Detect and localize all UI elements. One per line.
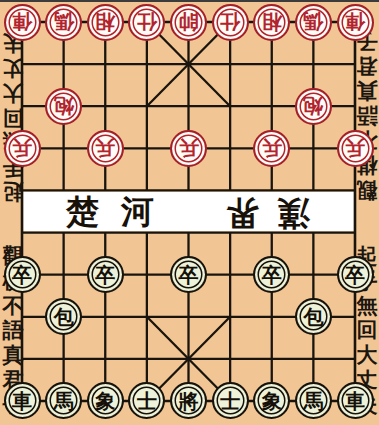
red-soldier-glyph: 兵 [179,138,199,158]
window-top-edge [0,0,379,2]
edge-saying-char: 回 [1,104,25,129]
black-soldier-glyph: 卒 [95,265,115,285]
piece-black-advisor[interactable]: 士 [212,382,249,419]
edge-saying-top-left: 起手無回大丈夫 [1,30,25,204]
edge-saying-top-right: 觀棋不語真君子 [355,28,379,202]
piece-black-soldier[interactable]: 卒 [170,256,207,293]
red-soldier-glyph: 兵 [262,138,282,158]
river-char: 河 [121,196,154,229]
piece-black-chariot[interactable]: 車 [337,382,374,419]
red-elephant-glyph: 相 [262,12,282,32]
piece-red-cannon[interactable]: 炮 [295,88,332,125]
xiangqi-board: 起手無回大丈夫 觀棋不語真君子 觀棋不語真君子 起手無回大丈夫 楚河 漢界 俥傌… [0,0,379,425]
edge-saying-char: 丈 [1,55,25,80]
river-text-chu-he: 楚河 [66,196,154,229]
red-soldier-glyph: 兵 [95,138,115,158]
edge-saying-char: 回 [355,318,379,343]
piece-black-chariot[interactable]: 車 [4,382,41,419]
piece-red-elephant[interactable]: 相 [87,4,124,41]
black-soldier-glyph: 卒 [262,265,282,285]
black-elephant-glyph: 象 [262,391,282,411]
piece-red-chariot[interactable]: 俥 [337,4,374,41]
red-horse-glyph: 傌 [54,12,74,32]
edge-saying-char: 真 [355,78,379,103]
piece-red-soldier[interactable]: 兵 [337,130,374,167]
edge-saying-char: 觀 [355,177,379,202]
edge-saying-char: 語 [355,102,379,127]
red-horse-glyph: 傌 [303,12,323,32]
black-horse-glyph: 馬 [303,391,323,411]
piece-black-soldier[interactable]: 卒 [337,256,374,293]
black-chariot-glyph: 車 [345,391,365,411]
black-soldier-glyph: 卒 [345,265,365,285]
river-char: 界 [226,196,259,229]
black-cannon-glyph: 包 [54,307,74,327]
black-advisor-glyph: 士 [220,391,240,411]
red-general-glyph: 帥 [179,12,199,32]
river-char: 楚 [66,196,99,229]
piece-black-soldier[interactable]: 卒 [87,256,124,293]
piece-red-chariot[interactable]: 俥 [4,4,41,41]
river-char: 漢 [277,196,310,229]
edge-saying-char: 真 [1,343,25,368]
black-chariot-glyph: 車 [12,391,32,411]
board-grid [0,0,379,425]
edge-saying-char: 不 [1,294,25,319]
edge-saying-char: 大 [1,80,25,105]
piece-red-soldier[interactable]: 兵 [87,130,124,167]
piece-red-advisor[interactable]: 仕 [212,4,249,41]
red-advisor-glyph: 仕 [220,12,240,32]
piece-red-horse[interactable]: 傌 [295,4,332,41]
black-advisor-glyph: 士 [137,391,157,411]
black-general-glyph: 將 [179,391,199,411]
piece-red-soldier[interactable]: 兵 [4,130,41,167]
red-advisor-glyph: 仕 [137,12,157,32]
edge-saying-char: 君 [355,53,379,78]
piece-red-soldier[interactable]: 兵 [253,130,290,167]
red-chariot-glyph: 俥 [12,12,32,32]
edge-saying-char: 無 [355,294,379,319]
red-soldier-glyph: 兵 [12,138,32,158]
piece-red-horse[interactable]: 傌 [45,4,82,41]
river-text-han-jie: 漢界 [226,196,310,229]
edge-saying-char: 起 [1,179,25,204]
piece-red-elephant[interactable]: 相 [253,4,290,41]
edge-saying-char: 語 [1,318,25,343]
black-soldier-glyph: 卒 [12,265,32,285]
black-soldier-glyph: 卒 [179,265,199,285]
piece-red-advisor[interactable]: 仕 [128,4,165,41]
red-soldier-glyph: 兵 [345,138,365,158]
red-cannon-glyph: 炮 [54,96,74,116]
piece-black-elephant[interactable]: 象 [87,382,124,419]
black-cannon-glyph: 包 [303,307,323,327]
piece-red-general[interactable]: 帥 [170,4,207,41]
piece-red-soldier[interactable]: 兵 [170,130,207,167]
red-chariot-glyph: 俥 [345,12,365,32]
piece-black-cannon[interactable]: 包 [295,298,332,335]
black-horse-glyph: 馬 [54,391,74,411]
piece-red-cannon[interactable]: 炮 [45,88,82,125]
red-elephant-glyph: 相 [95,12,115,32]
piece-black-soldier[interactable]: 卒 [4,256,41,293]
edge-saying-char: 大 [355,343,379,368]
red-cannon-glyph: 炮 [303,96,323,116]
black-elephant-glyph: 象 [95,391,115,411]
